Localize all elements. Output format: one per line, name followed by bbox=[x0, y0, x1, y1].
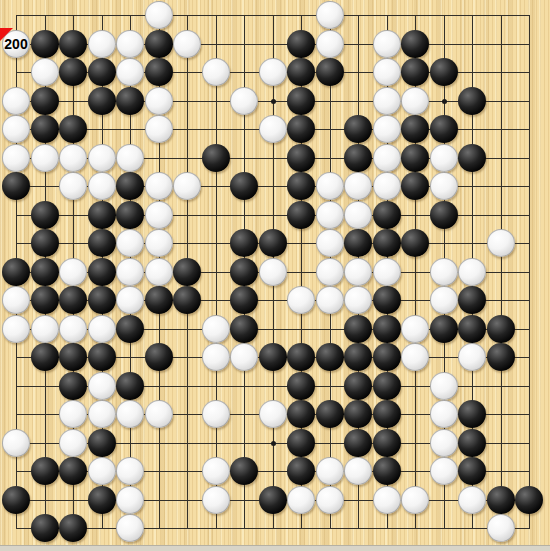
white-stone bbox=[344, 201, 372, 229]
black-stone bbox=[287, 115, 315, 143]
white-stone bbox=[259, 58, 287, 86]
black-stone bbox=[373, 315, 401, 343]
white-stone bbox=[173, 172, 201, 200]
black-stone bbox=[401, 115, 429, 143]
black-stone bbox=[401, 172, 429, 200]
white-stone bbox=[116, 229, 144, 257]
black-stone bbox=[344, 372, 372, 400]
black-stone bbox=[88, 486, 116, 514]
black-stone bbox=[487, 315, 515, 343]
white-stone bbox=[430, 144, 458, 172]
white-stone bbox=[116, 286, 144, 314]
white-stone bbox=[116, 58, 144, 86]
black-stone bbox=[458, 144, 486, 172]
star-point bbox=[271, 441, 276, 446]
black-stone bbox=[287, 201, 315, 229]
white-stone bbox=[202, 400, 230, 428]
black-stone bbox=[31, 229, 59, 257]
black-stone bbox=[230, 258, 258, 286]
white-stone bbox=[230, 87, 258, 115]
white-stone bbox=[401, 87, 429, 115]
white-stone bbox=[373, 87, 401, 115]
white-stone bbox=[316, 201, 344, 229]
black-stone bbox=[373, 343, 401, 371]
white-stone bbox=[430, 286, 458, 314]
white-stone bbox=[344, 286, 372, 314]
white-stone bbox=[88, 457, 116, 485]
black-stone bbox=[344, 144, 372, 172]
white-stone bbox=[458, 486, 486, 514]
black-stone bbox=[116, 172, 144, 200]
white-stone bbox=[430, 172, 458, 200]
black-stone bbox=[458, 87, 486, 115]
black-stone bbox=[59, 115, 87, 143]
white-stone bbox=[31, 144, 59, 172]
white-stone bbox=[88, 172, 116, 200]
black-stone bbox=[458, 315, 486, 343]
white-stone bbox=[173, 30, 201, 58]
white-stone bbox=[145, 172, 173, 200]
black-stone bbox=[145, 286, 173, 314]
black-stone bbox=[230, 229, 258, 257]
white-stone bbox=[31, 58, 59, 86]
black-stone bbox=[401, 229, 429, 257]
white-stone bbox=[373, 258, 401, 286]
white-stone bbox=[316, 486, 344, 514]
white-stone bbox=[2, 286, 30, 314]
black-stone bbox=[287, 144, 315, 172]
white-stone bbox=[2, 87, 30, 115]
white-stone bbox=[401, 343, 429, 371]
white-stone bbox=[316, 1, 344, 29]
black-stone bbox=[59, 30, 87, 58]
black-stone bbox=[430, 315, 458, 343]
black-stone bbox=[88, 286, 116, 314]
white-stone bbox=[88, 144, 116, 172]
grid-line-vertical bbox=[501, 15, 502, 529]
black-stone bbox=[344, 429, 372, 457]
white-stone bbox=[373, 486, 401, 514]
white-stone bbox=[202, 343, 230, 371]
white-stone bbox=[230, 343, 258, 371]
black-stone bbox=[145, 30, 173, 58]
black-stone bbox=[373, 201, 401, 229]
black-stone bbox=[373, 400, 401, 428]
white-stone bbox=[116, 400, 144, 428]
black-stone bbox=[487, 343, 515, 371]
black-stone bbox=[2, 258, 30, 286]
white-stone bbox=[316, 30, 344, 58]
black-stone bbox=[287, 30, 315, 58]
black-stone bbox=[88, 87, 116, 115]
white-stone bbox=[287, 286, 315, 314]
black-stone bbox=[145, 343, 173, 371]
white-stone bbox=[373, 58, 401, 86]
black-stone bbox=[430, 115, 458, 143]
black-stone bbox=[88, 201, 116, 229]
white-stone bbox=[487, 514, 515, 542]
black-stone bbox=[59, 343, 87, 371]
black-stone bbox=[259, 229, 287, 257]
black-stone bbox=[230, 286, 258, 314]
white-stone bbox=[145, 87, 173, 115]
white-stone bbox=[2, 315, 30, 343]
black-stone bbox=[287, 457, 315, 485]
white-stone bbox=[59, 172, 87, 200]
black-stone bbox=[316, 400, 344, 428]
star-point bbox=[271, 99, 276, 104]
black-stone bbox=[401, 58, 429, 86]
white-stone bbox=[59, 315, 87, 343]
white-stone bbox=[344, 172, 372, 200]
white-stone bbox=[316, 229, 344, 257]
white-stone bbox=[430, 400, 458, 428]
black-stone bbox=[88, 58, 116, 86]
black-stone bbox=[31, 30, 59, 58]
star-point bbox=[442, 99, 447, 104]
black-stone bbox=[373, 286, 401, 314]
black-stone bbox=[31, 514, 59, 542]
black-stone bbox=[458, 457, 486, 485]
white-stone bbox=[116, 457, 144, 485]
black-stone bbox=[31, 258, 59, 286]
black-stone bbox=[173, 258, 201, 286]
black-stone bbox=[230, 172, 258, 200]
black-stone bbox=[287, 400, 315, 428]
black-stone bbox=[287, 87, 315, 115]
black-stone bbox=[31, 457, 59, 485]
black-stone bbox=[31, 343, 59, 371]
black-stone bbox=[373, 457, 401, 485]
white-stone bbox=[458, 258, 486, 286]
white-stone bbox=[59, 144, 87, 172]
white-stone bbox=[88, 315, 116, 343]
grid-line-vertical bbox=[529, 15, 530, 529]
black-stone bbox=[344, 400, 372, 428]
black-stone bbox=[287, 372, 315, 400]
black-stone bbox=[259, 486, 287, 514]
white-stone bbox=[373, 172, 401, 200]
white-stone bbox=[259, 115, 287, 143]
black-stone bbox=[230, 315, 258, 343]
white-stone bbox=[88, 30, 116, 58]
black-stone bbox=[458, 286, 486, 314]
black-stone bbox=[116, 87, 144, 115]
black-stone bbox=[287, 172, 315, 200]
black-stone bbox=[259, 343, 287, 371]
black-stone bbox=[116, 201, 144, 229]
black-stone bbox=[401, 30, 429, 58]
white-stone bbox=[458, 343, 486, 371]
black-stone bbox=[373, 229, 401, 257]
black-stone bbox=[287, 58, 315, 86]
white-stone bbox=[59, 429, 87, 457]
white-stone bbox=[145, 229, 173, 257]
black-stone bbox=[88, 229, 116, 257]
black-stone bbox=[116, 372, 144, 400]
black-stone bbox=[344, 229, 372, 257]
black-stone bbox=[344, 315, 372, 343]
black-stone bbox=[31, 201, 59, 229]
white-stone bbox=[88, 400, 116, 428]
black-stone bbox=[430, 201, 458, 229]
white-stone bbox=[116, 514, 144, 542]
black-stone bbox=[373, 372, 401, 400]
black-stone bbox=[430, 58, 458, 86]
black-stone bbox=[88, 258, 116, 286]
black-stone bbox=[344, 343, 372, 371]
white-stone bbox=[287, 486, 315, 514]
white-stone bbox=[401, 315, 429, 343]
white-stone bbox=[430, 457, 458, 485]
black-stone bbox=[316, 58, 344, 86]
black-stone bbox=[31, 87, 59, 115]
white-stone bbox=[202, 486, 230, 514]
white-stone bbox=[145, 400, 173, 428]
black-stone bbox=[487, 486, 515, 514]
white-stone bbox=[202, 315, 230, 343]
white-stone bbox=[344, 457, 372, 485]
black-stone bbox=[2, 172, 30, 200]
white-stone bbox=[145, 1, 173, 29]
go-board[interactable]: 200 bbox=[0, 0, 550, 551]
white-stone bbox=[316, 286, 344, 314]
black-stone bbox=[31, 286, 59, 314]
black-stone bbox=[230, 457, 258, 485]
black-stone bbox=[373, 429, 401, 457]
white-stone bbox=[202, 457, 230, 485]
bottom-strip bbox=[0, 545, 550, 551]
white-stone bbox=[373, 30, 401, 58]
white-stone bbox=[59, 258, 87, 286]
white-stone bbox=[344, 258, 372, 286]
white-stone bbox=[116, 486, 144, 514]
white-stone bbox=[2, 115, 30, 143]
white-stone bbox=[2, 429, 30, 457]
black-stone bbox=[145, 58, 173, 86]
white-stone bbox=[259, 258, 287, 286]
white-stone bbox=[145, 201, 173, 229]
white-stone bbox=[401, 486, 429, 514]
black-stone bbox=[116, 315, 144, 343]
red-flag-icon bbox=[0, 28, 13, 41]
white-stone bbox=[145, 115, 173, 143]
white-stone bbox=[116, 258, 144, 286]
white-stone bbox=[88, 372, 116, 400]
black-stone bbox=[287, 429, 315, 457]
white-stone bbox=[2, 144, 30, 172]
white-stone bbox=[487, 229, 515, 257]
black-stone bbox=[287, 343, 315, 371]
black-stone bbox=[458, 400, 486, 428]
black-stone bbox=[344, 115, 372, 143]
black-stone bbox=[59, 457, 87, 485]
black-stone bbox=[173, 286, 201, 314]
black-stone bbox=[59, 514, 87, 542]
black-stone bbox=[31, 115, 59, 143]
white-stone bbox=[373, 144, 401, 172]
white-stone bbox=[59, 400, 87, 428]
black-stone bbox=[458, 429, 486, 457]
black-stone bbox=[59, 58, 87, 86]
black-stone bbox=[88, 343, 116, 371]
white-stone bbox=[116, 30, 144, 58]
white-stone bbox=[430, 372, 458, 400]
white-stone bbox=[316, 457, 344, 485]
white-stone bbox=[116, 144, 144, 172]
black-stone bbox=[59, 372, 87, 400]
white-stone bbox=[430, 258, 458, 286]
grid-line-horizontal bbox=[16, 528, 530, 529]
black-stone bbox=[316, 343, 344, 371]
white-stone bbox=[202, 58, 230, 86]
white-stone bbox=[316, 258, 344, 286]
white-stone bbox=[430, 429, 458, 457]
black-stone bbox=[202, 144, 230, 172]
white-stone bbox=[259, 400, 287, 428]
black-stone bbox=[401, 144, 429, 172]
black-stone bbox=[59, 286, 87, 314]
white-stone bbox=[373, 115, 401, 143]
white-stone bbox=[145, 258, 173, 286]
black-stone bbox=[88, 429, 116, 457]
black-stone bbox=[515, 486, 543, 514]
white-stone bbox=[31, 315, 59, 343]
white-stone bbox=[316, 172, 344, 200]
black-stone bbox=[2, 486, 30, 514]
